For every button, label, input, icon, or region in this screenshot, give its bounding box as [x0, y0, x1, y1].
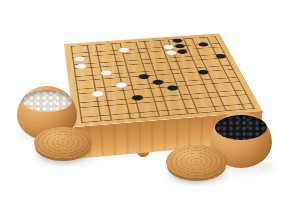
white-stone: ● [114, 81, 128, 89]
black-stone: ● [151, 78, 165, 86]
black-stone: ● [214, 53, 228, 60]
black-stone: ● [137, 73, 151, 80]
black-stone: ● [175, 48, 189, 54]
white-stone: ● [118, 46, 131, 52]
white-stone: ● [73, 55, 85, 62]
black-stone: ● [196, 68, 211, 75]
bowl-lid-right [166, 145, 227, 178]
black-stone: ● [173, 43, 186, 49]
photo-stage: ●●●●●●●●●●●●●●●●●● [0, 0, 300, 200]
black-stone: ● [171, 37, 184, 43]
black-stone: ● [165, 84, 180, 92]
black-stones-in-bowl [215, 115, 267, 140]
goban-grid: ●●●●●●●●●●●●●●●●●● [67, 35, 260, 126]
black-stone: ● [196, 41, 210, 47]
white-stone: ● [75, 63, 88, 70]
bowl-lid-left [34, 127, 92, 158]
white-stone: ● [164, 49, 177, 55]
black-stone: ● [130, 93, 145, 101]
white-stone: ● [91, 89, 105, 97]
white-stones-in-bowl [22, 90, 72, 112]
white-stone: ● [162, 43, 175, 49]
white-stone: ● [100, 69, 113, 76]
